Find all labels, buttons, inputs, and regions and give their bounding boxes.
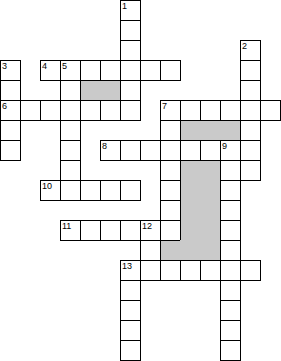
- letter-cell-r5c1[interactable]: [20, 100, 41, 121]
- letter-cell-r3c4[interactable]: [80, 60, 101, 81]
- letter-cell-r11c6[interactable]: [120, 220, 141, 241]
- shaded-cell-r4c5: [100, 80, 121, 101]
- letter-cell-r11c4[interactable]: [80, 220, 101, 241]
- letter-cell-r13c11[interactable]: [220, 260, 241, 281]
- letter-cell-r4c3[interactable]: [60, 80, 81, 101]
- letter-cell-r9c6[interactable]: [120, 180, 141, 201]
- letter-cell-r9c5[interactable]: [100, 180, 121, 201]
- letter-cell-r16c6[interactable]: [120, 320, 141, 341]
- letter-cell-r3c5[interactable]: [100, 60, 121, 81]
- letter-cell-r5c11[interactable]: [220, 100, 241, 121]
- letter-cell-r13c8[interactable]: [160, 260, 181, 281]
- letter-cell-r8c12[interactable]: [240, 160, 261, 181]
- shaded-cell-r10c10: [200, 200, 221, 221]
- clue-number-2: 2: [242, 41, 247, 51]
- letter-cell-r8c8[interactable]: [160, 160, 181, 181]
- shaded-cell-r10c9: [180, 200, 201, 221]
- letter-cell-r7c11[interactable]: 9: [220, 140, 241, 161]
- letter-cell-r11c8[interactable]: [160, 220, 181, 241]
- shaded-cell-r12c10: [200, 240, 221, 261]
- letter-cell-r13c12[interactable]: [240, 260, 261, 281]
- letter-cell-r7c8[interactable]: [160, 140, 181, 161]
- letter-cell-r11c11[interactable]: [220, 220, 241, 241]
- letter-cell-r15c6[interactable]: [120, 300, 141, 321]
- letter-cell-r5c5[interactable]: [100, 100, 121, 121]
- letter-cell-r13c6[interactable]: 13: [120, 260, 141, 281]
- clue-number-3: 3: [2, 61, 7, 71]
- shaded-cell-r12c9: [180, 240, 201, 261]
- letter-cell-r17c6[interactable]: [120, 340, 141, 361]
- letter-cell-r3c12[interactable]: [240, 60, 261, 81]
- letter-cell-r9c8[interactable]: [160, 180, 181, 201]
- letter-cell-r2c12[interactable]: 2: [240, 40, 261, 61]
- clue-number-11: 11: [62, 221, 71, 231]
- letter-cell-r14c11[interactable]: [220, 280, 241, 301]
- letter-cell-r7c6[interactable]: [120, 140, 141, 161]
- letter-cell-r5c10[interactable]: [200, 100, 221, 121]
- letter-cell-r7c12[interactable]: [240, 140, 261, 161]
- clue-number-9: 9: [222, 141, 227, 151]
- letter-cell-r12c7[interactable]: [140, 240, 161, 261]
- letter-cell-r7c5[interactable]: 8: [100, 140, 121, 161]
- letter-cell-r5c13[interactable]: [260, 100, 281, 121]
- letter-cell-r7c7[interactable]: [140, 140, 161, 161]
- letter-cell-r15c11[interactable]: [220, 300, 241, 321]
- letter-cell-r3c2[interactable]: 4: [40, 60, 61, 81]
- clue-number-5: 5: [62, 61, 67, 71]
- shaded-cell-r8c9: [180, 160, 201, 181]
- letter-cell-r8c11[interactable]: [220, 160, 241, 181]
- letter-cell-r3c8[interactable]: [160, 60, 181, 81]
- letter-cell-r10c11[interactable]: [220, 200, 241, 221]
- letter-cell-r12c11[interactable]: [220, 240, 241, 261]
- clue-number-7: 7: [162, 101, 167, 111]
- shaded-cell-r9c9: [180, 180, 201, 201]
- crossword-board: 12345678910111213: [0, 0, 281, 361]
- shaded-cell-r4c4: [80, 80, 101, 101]
- letter-cell-r9c11[interactable]: [220, 180, 241, 201]
- letter-cell-r4c12[interactable]: [240, 80, 261, 101]
- clue-number-10: 10: [42, 181, 52, 191]
- letter-cell-r14c6[interactable]: [120, 280, 141, 301]
- letter-cell-r4c6[interactable]: [120, 80, 141, 101]
- letter-cell-r10c8[interactable]: [160, 200, 181, 221]
- letter-cell-r7c3[interactable]: [60, 140, 81, 161]
- clue-number-1: 1: [122, 1, 127, 11]
- clue-number-13: 13: [122, 261, 132, 271]
- letter-cell-r8c3[interactable]: [60, 160, 81, 181]
- letter-cell-r3c7[interactable]: [140, 60, 161, 81]
- shaded-cell-r11c9: [180, 220, 201, 241]
- clue-number-8: 8: [102, 141, 107, 151]
- letter-cell-r4c0[interactable]: [0, 80, 21, 101]
- letter-cell-r5c0[interactable]: 6: [0, 100, 21, 121]
- letter-cell-r5c6[interactable]: [120, 100, 141, 121]
- letter-cell-r7c10[interactable]: [200, 140, 221, 161]
- letter-cell-r3c3[interactable]: 5: [60, 60, 81, 81]
- letter-cell-r13c10[interactable]: [200, 260, 221, 281]
- letter-cell-r5c3[interactable]: [60, 100, 81, 121]
- shaded-cell-r6c11: [220, 120, 241, 141]
- letter-cell-r3c0[interactable]: 3: [0, 60, 21, 81]
- shaded-cell-r6c10: [200, 120, 221, 141]
- letter-cell-r11c3[interactable]: 11: [60, 220, 81, 241]
- letter-cell-r0c6[interactable]: 1: [120, 0, 141, 21]
- letter-cell-r11c5[interactable]: [100, 220, 121, 241]
- letter-cell-r1c6[interactable]: [120, 20, 141, 41]
- letter-cell-r16c11[interactable]: [220, 320, 241, 341]
- shaded-cell-r6c9: [180, 120, 201, 141]
- letter-cell-r9c2[interactable]: 10: [40, 180, 61, 201]
- clue-number-6: 6: [2, 101, 7, 111]
- letter-cell-r11c7[interactable]: 12: [140, 220, 161, 241]
- shaded-cell-r11c10: [200, 220, 221, 241]
- letter-cell-r2c6[interactable]: [120, 40, 141, 61]
- clue-number-4: 4: [42, 61, 47, 71]
- letter-cell-r5c2[interactable]: [40, 100, 61, 121]
- letter-cell-r13c7[interactable]: [140, 260, 161, 281]
- letter-cell-r9c4[interactable]: [80, 180, 101, 201]
- letter-cell-r3c6[interactable]: [120, 60, 141, 81]
- clue-number-12: 12: [142, 221, 152, 231]
- letter-cell-r6c3[interactable]: [60, 120, 81, 141]
- letter-cell-r5c9[interactable]: [180, 100, 201, 121]
- shaded-cell-r9c10: [200, 180, 221, 201]
- letter-cell-r9c3[interactable]: [60, 180, 81, 201]
- letter-cell-r17c11[interactable]: [220, 340, 241, 361]
- shaded-cell-r12c8: [160, 240, 181, 261]
- letter-cell-r5c8[interactable]: 7: [160, 100, 181, 121]
- letter-cell-r7c0[interactable]: [0, 140, 21, 161]
- letter-cell-r7c9[interactable]: [180, 140, 201, 161]
- letter-cell-r6c12[interactable]: [240, 120, 261, 141]
- letter-cell-r6c0[interactable]: [0, 120, 21, 141]
- letter-cell-r6c8[interactable]: [160, 120, 181, 141]
- letter-cell-r5c4[interactable]: [80, 100, 101, 121]
- shaded-cell-r8c10: [200, 160, 221, 181]
- letter-cell-r5c12[interactable]: [240, 100, 261, 121]
- letter-cell-r13c9[interactable]: [180, 260, 201, 281]
